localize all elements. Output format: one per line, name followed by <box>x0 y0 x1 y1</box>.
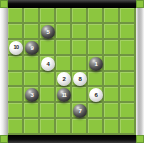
ball-number-label: 11 <box>62 93 67 99</box>
board-cell-r7c1[interactable] <box>24 119 40 135</box>
board-cell-r6c3[interactable] <box>56 103 72 119</box>
ball-10[interactable]: 10 <box>9 41 23 55</box>
board-cell-r1c1[interactable] <box>24 24 40 40</box>
board-cell-r1c7[interactable] <box>120 24 136 40</box>
game-window: 5109412831167 <box>0 0 144 143</box>
board-cell-r7c7[interactable] <box>120 119 136 135</box>
board-cell-r6c1[interactable] <box>24 103 40 119</box>
ball-number-label: 2 <box>62 76 65 82</box>
board-cell-r2c6[interactable] <box>104 40 120 56</box>
ball-7[interactable]: 7 <box>73 104 87 118</box>
ball-3[interactable]: 3 <box>25 88 39 102</box>
ball-11[interactable]: 11 <box>57 88 71 102</box>
board-cell-r3c3[interactable] <box>56 56 72 72</box>
board-cell-r5c2[interactable] <box>40 87 56 103</box>
ball-8[interactable]: 8 <box>73 72 87 86</box>
ball-number-label: 3 <box>30 92 33 98</box>
board-cell-r7c2[interactable] <box>40 119 56 135</box>
board-cell-r2c3[interactable] <box>56 40 72 56</box>
board-cell-r7c3[interactable] <box>56 119 72 135</box>
ball-number-label: 6 <box>94 92 97 98</box>
ball-1[interactable]: 1 <box>89 57 103 71</box>
board-cell-r3c4[interactable] <box>72 56 88 72</box>
ball-number-label: 4 <box>46 61 49 67</box>
board-cell-r0c5[interactable] <box>88 8 104 24</box>
board-cell-r3c0[interactable] <box>8 56 24 72</box>
board-cell-r4c0[interactable] <box>8 72 24 88</box>
game-board: 5109412831167 <box>8 8 136 135</box>
board-cell-r5c6[interactable] <box>104 87 120 103</box>
board-cell-r0c2[interactable] <box>40 8 56 24</box>
board-cell-r0c4[interactable] <box>72 8 88 24</box>
board-cell-r5c7[interactable] <box>120 87 136 103</box>
board-cell-r1c4[interactable] <box>72 24 88 40</box>
board-cell-r0c7[interactable] <box>120 8 136 24</box>
board-cell-r4c6[interactable] <box>104 72 120 88</box>
board-cell-r6c7[interactable] <box>120 103 136 119</box>
board-cell-r4c5[interactable] <box>88 72 104 88</box>
board-cell-r0c0[interactable] <box>8 8 24 24</box>
board-cell-r4c1[interactable] <box>24 72 40 88</box>
board-cell-r6c6[interactable] <box>104 103 120 119</box>
board-cell-r1c3[interactable] <box>56 24 72 40</box>
board-cell-r1c0[interactable] <box>8 24 24 40</box>
ball-9[interactable]: 9 <box>25 41 39 55</box>
board-cell-r0c6[interactable] <box>104 8 120 24</box>
table-rail-bottom <box>8 135 136 143</box>
ball-6[interactable]: 6 <box>89 88 103 102</box>
table-rail-left <box>0 8 8 135</box>
table-rail-right <box>136 8 144 135</box>
board-cell-r2c7[interactable] <box>120 40 136 56</box>
board-cell-r3c7[interactable] <box>120 56 136 72</box>
ball-number-label: 9 <box>30 45 33 51</box>
board-cell-r2c5[interactable] <box>88 40 104 56</box>
board-cell-r2c4[interactable] <box>72 40 88 56</box>
board-cell-r7c6[interactable] <box>104 119 120 135</box>
board-cell-r7c4[interactable] <box>72 119 88 135</box>
corner-pocket-bottom-left <box>0 135 8 143</box>
board-cell-r4c7[interactable] <box>120 72 136 88</box>
ball-number-label: 10 <box>14 45 19 51</box>
board-cell-r0c1[interactable] <box>24 8 40 24</box>
ball-number-label: 7 <box>78 108 81 114</box>
board-cell-r3c6[interactable] <box>104 56 120 72</box>
board-cell-r4c2[interactable] <box>40 72 56 88</box>
ball-5[interactable]: 5 <box>41 25 55 39</box>
board-cell-r6c0[interactable] <box>8 103 24 119</box>
board-cell-r5c4[interactable] <box>72 87 88 103</box>
ball-number-label: 8 <box>78 76 81 82</box>
ball-number-label: 5 <box>46 29 49 35</box>
board-cell-r7c0[interactable] <box>8 119 24 135</box>
board-cell-r0c3[interactable] <box>56 8 72 24</box>
table-rail-top <box>8 0 136 8</box>
ball-2[interactable]: 2 <box>57 72 71 86</box>
board-cell-r6c2[interactable] <box>40 103 56 119</box>
board-cell-r5c0[interactable] <box>8 87 24 103</box>
ball-number-label: 1 <box>94 61 97 67</box>
board-cell-r2c2[interactable] <box>40 40 56 56</box>
corner-pocket-top-right <box>136 0 144 8</box>
corner-pocket-bottom-right <box>136 135 144 143</box>
board-cell-r7c5[interactable] <box>88 119 104 135</box>
corner-pocket-top-left <box>0 0 8 8</box>
board-cell-r3c1[interactable] <box>24 56 40 72</box>
board-cell-r1c6[interactable] <box>104 24 120 40</box>
board-cell-r1c5[interactable] <box>88 24 104 40</box>
ball-4[interactable]: 4 <box>41 57 55 71</box>
board-cell-r6c5[interactable] <box>88 103 104 119</box>
